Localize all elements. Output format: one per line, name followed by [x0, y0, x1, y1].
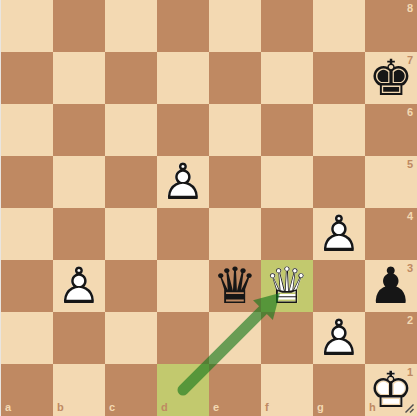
square-f4[interactable]: [261, 208, 313, 260]
file-label-d: d: [161, 402, 168, 413]
black-pawn[interactable]: ♟: [365, 260, 417, 312]
file-label-f: f: [265, 402, 269, 413]
square-b8[interactable]: [53, 0, 105, 52]
square-e5[interactable]: [209, 156, 261, 208]
rank-label-8: 8: [407, 3, 413, 14]
square-a1[interactable]: a: [1, 364, 53, 416]
white-queen[interactable]: ♛♕: [261, 260, 313, 312]
white-pawn[interactable]: ♟♙: [313, 208, 365, 260]
square-h2[interactable]: 2: [365, 312, 417, 364]
square-d6[interactable]: [157, 104, 209, 156]
square-h8[interactable]: 8: [365, 0, 417, 52]
square-c8[interactable]: [105, 0, 157, 52]
file-label-c: c: [109, 402, 115, 413]
white-pawn[interactable]: ♟♙: [157, 156, 209, 208]
square-a2[interactable]: [1, 312, 53, 364]
square-e6[interactable]: [209, 104, 261, 156]
black-king[interactable]: ♚: [365, 52, 417, 104]
rank-label-2: 2: [407, 315, 413, 326]
square-d1[interactable]: d: [157, 364, 209, 416]
square-g4[interactable]: ♟♙: [313, 208, 365, 260]
square-b4[interactable]: [53, 208, 105, 260]
square-c7[interactable]: [105, 52, 157, 104]
square-h1[interactable]: 1h♚♔: [365, 364, 417, 416]
square-e3[interactable]: ♛: [209, 260, 261, 312]
square-d5[interactable]: ♟♙: [157, 156, 209, 208]
board-resize-handle-icon[interactable]: [403, 402, 415, 414]
square-d3[interactable]: [157, 260, 209, 312]
square-b3[interactable]: ♟♙: [53, 260, 105, 312]
square-h4[interactable]: 4: [365, 208, 417, 260]
chess-board-wrap: 87♚6♟♙5♟♙4♟♙♛♛♕3♟♟♙2abcdefg1h♚♔: [0, 0, 417, 416]
square-d8[interactable]: [157, 0, 209, 52]
file-label-g: g: [317, 402, 324, 413]
square-g6[interactable]: [313, 104, 365, 156]
square-h5[interactable]: 5: [365, 156, 417, 208]
square-b7[interactable]: [53, 52, 105, 104]
square-e7[interactable]: [209, 52, 261, 104]
square-c5[interactable]: [105, 156, 157, 208]
square-f7[interactable]: [261, 52, 313, 104]
rank-label-5: 5: [407, 159, 413, 170]
square-a8[interactable]: [1, 0, 53, 52]
square-a5[interactable]: [1, 156, 53, 208]
square-c2[interactable]: [105, 312, 157, 364]
black-queen[interactable]: ♛: [209, 260, 261, 312]
square-f1[interactable]: f: [261, 364, 313, 416]
square-a3[interactable]: [1, 260, 53, 312]
square-g8[interactable]: [313, 0, 365, 52]
square-e2[interactable]: [209, 312, 261, 364]
square-f3[interactable]: ♛♕: [261, 260, 313, 312]
square-b1[interactable]: b: [53, 364, 105, 416]
square-a7[interactable]: [1, 52, 53, 104]
square-b6[interactable]: [53, 104, 105, 156]
square-e8[interactable]: [209, 0, 261, 52]
rank-label-6: 6: [407, 107, 413, 118]
square-f6[interactable]: [261, 104, 313, 156]
square-g1[interactable]: g: [313, 364, 365, 416]
square-h6[interactable]: 6: [365, 104, 417, 156]
white-pawn[interactable]: ♟♙: [53, 260, 105, 312]
square-a6[interactable]: [1, 104, 53, 156]
square-d4[interactable]: [157, 208, 209, 260]
square-f2[interactable]: [261, 312, 313, 364]
square-c4[interactable]: [105, 208, 157, 260]
square-g7[interactable]: [313, 52, 365, 104]
square-e1[interactable]: e: [209, 364, 261, 416]
square-b5[interactable]: [53, 156, 105, 208]
file-label-e: e: [213, 402, 219, 413]
rank-label-4: 4: [407, 211, 413, 222]
square-h3[interactable]: 3♟: [365, 260, 417, 312]
chess-board: 87♚6♟♙5♟♙4♟♙♛♛♕3♟♟♙2abcdefg1h♚♔: [1, 0, 417, 416]
square-d2[interactable]: [157, 312, 209, 364]
square-c1[interactable]: c: [105, 364, 157, 416]
square-f8[interactable]: [261, 0, 313, 52]
square-d7[interactable]: [157, 52, 209, 104]
square-g3[interactable]: [313, 260, 365, 312]
square-g5[interactable]: [313, 156, 365, 208]
square-g2[interactable]: ♟♙: [313, 312, 365, 364]
white-pawn[interactable]: ♟♙: [313, 312, 365, 364]
square-a4[interactable]: [1, 208, 53, 260]
square-c6[interactable]: [105, 104, 157, 156]
file-label-b: b: [57, 402, 64, 413]
square-e4[interactable]: [209, 208, 261, 260]
square-f5[interactable]: [261, 156, 313, 208]
square-c3[interactable]: [105, 260, 157, 312]
square-b2[interactable]: [53, 312, 105, 364]
file-label-a: a: [5, 402, 11, 413]
square-h7[interactable]: 7♚: [365, 52, 417, 104]
